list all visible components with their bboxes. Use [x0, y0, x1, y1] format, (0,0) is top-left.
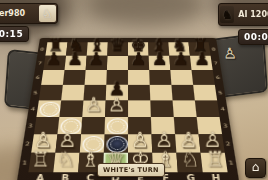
black-queen-piece[interactable]: ♛: [107, 36, 128, 56]
background-blur: [86, 0, 206, 26]
white-pawn-piece[interactable]: ♙: [82, 94, 105, 116]
square-a7[interactable]: ♟: [43, 56, 66, 70]
file-label-b: B: [52, 174, 78, 180]
move-indicator-d3[interactable]: [107, 119, 128, 135]
square-d7[interactable]: [107, 56, 128, 70]
square-c7[interactable]: ♟: [86, 56, 108, 70]
square-f7[interactable]: ♟: [149, 56, 171, 70]
square-g6[interactable]: [170, 70, 193, 85]
square-e6[interactable]: [128, 70, 150, 85]
file-label-h: H: [203, 174, 229, 180]
square-h1[interactable]: ♖: [201, 153, 228, 172]
player-badge-white: Player980 ♘: [0, 3, 58, 24]
square-h5[interactable]: [193, 85, 217, 101]
white-knight-icon: ♘: [39, 5, 56, 22]
white-knight-piece[interactable]: ♘: [53, 148, 78, 172]
black-pawn-piece[interactable]: ♟: [43, 49, 64, 69]
black-pawn-piece[interactable]: ♟: [86, 49, 107, 69]
square-e5[interactable]: [128, 85, 150, 101]
square-g1[interactable]: ♘: [176, 153, 202, 172]
chess-board: ♜♞♝♛♚♝♞♜♟♟♟♟♟♟♟♟♙♙♙♙♙♙♙♙♖♘♗♕♔♗♘♖ ABCDEFG…: [40, 38, 216, 178]
timer-white: 00:15: [0, 26, 29, 42]
square-h7[interactable]: ♟: [190, 56, 213, 70]
black-pawn-piece[interactable]: ♟: [170, 49, 191, 69]
home-icon: ⌂: [252, 160, 260, 174]
white-rook-piece[interactable]: ♖: [28, 148, 53, 172]
timer-black: 00:00: [238, 29, 268, 45]
square-b6[interactable]: [63, 70, 86, 85]
home-button[interactable]: ⌂: [245, 158, 266, 178]
square-b1[interactable]: ♘: [53, 153, 79, 172]
file-label-g: G: [178, 174, 204, 180]
white-knight-piece[interactable]: ♘: [178, 148, 203, 172]
board-frame: ♜♞♝♛♚♝♞♜♟♟♟♟♟♟♟♟♙♙♙♙♙♙♙♙♖♘♗♕♔♗♘♖ ABCDEFG…: [16, 38, 240, 180]
square-d8[interactable]: ♛: [107, 42, 128, 55]
captured-white-pawn: ♙: [223, 47, 238, 62]
player-badge-black: ♞ AI 1200 elo: [218, 3, 268, 26]
game-screen: ♙ ♜♞♝♛♚♝♞♜♟♟♟♟♟♟♟♟♙♙♙♙♙♙♙♙♖♘♗♕♔♗♘♖ ABCDE…: [0, 0, 268, 180]
square-d4[interactable]: ♙: [105, 100, 128, 116]
black-pawn-piece[interactable]: ♟: [149, 49, 170, 69]
black-pawn-piece[interactable]: ♟: [128, 49, 149, 69]
square-b4[interactable]: [59, 100, 83, 116]
white-rook-piece[interactable]: ♖: [203, 148, 228, 172]
square-a4[interactable]: [36, 100, 61, 116]
square-b7[interactable]: ♟: [64, 56, 86, 70]
square-f4[interactable]: [150, 100, 173, 116]
square-f5[interactable]: [150, 85, 173, 101]
square-b5[interactable]: [61, 85, 84, 101]
rank-label-4: 4: [217, 100, 229, 116]
black-knight-icon: ♞: [220, 6, 234, 23]
square-g7[interactable]: ♟: [169, 56, 191, 70]
square-d3[interactable]: [104, 117, 128, 134]
move-indicator-a4[interactable]: [39, 102, 61, 117]
square-e7[interactable]: ♟: [128, 56, 149, 70]
black-pawn-piece[interactable]: ♟: [192, 49, 213, 69]
square-a5[interactable]: [39, 85, 63, 101]
player-name-black: AI 1200 elo: [235, 10, 268, 19]
square-h6[interactable]: [192, 70, 215, 85]
square-e4[interactable]: [128, 100, 151, 116]
square-c6[interactable]: [85, 70, 107, 85]
square-f6[interactable]: [149, 70, 171, 85]
square-c3[interactable]: [81, 117, 105, 134]
square-c4[interactable]: ♙: [82, 100, 105, 116]
turn-indicator: WHITE's TURN: [97, 163, 165, 177]
white-pawn-piece[interactable]: ♙: [105, 94, 128, 116]
square-a6[interactable]: [41, 70, 64, 85]
board-grid: ♜♞♝♛♚♝♞♜♟♟♟♟♟♟♟♟♙♙♙♙♙♙♙♙♖♘♗♕♔♗♘♖: [28, 42, 227, 172]
square-g4[interactable]: [173, 100, 197, 116]
square-h4[interactable]: [195, 100, 220, 116]
black-pawn-piece[interactable]: ♟: [64, 49, 85, 69]
player-name-white: Player980: [0, 9, 38, 18]
file-label-a: A: [27, 174, 53, 180]
square-g5[interactable]: [171, 85, 194, 101]
square-a1[interactable]: ♖: [28, 153, 55, 172]
